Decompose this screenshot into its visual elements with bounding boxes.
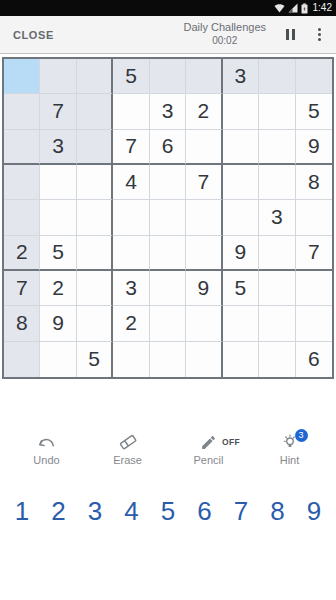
cell-r2c5[interactable]: 3 xyxy=(150,94,186,129)
undo-button[interactable]: Undo xyxy=(15,433,79,466)
cell-r9c2[interactable] xyxy=(40,342,76,377)
cell-r7c5[interactable] xyxy=(150,271,186,306)
cell-r5c9[interactable] xyxy=(296,200,332,235)
pause-icon xyxy=(286,29,289,40)
cell-r4c8[interactable] xyxy=(259,165,295,200)
cell-r5c2[interactable] xyxy=(40,200,76,235)
cell-r3c8[interactable] xyxy=(259,130,295,165)
battery-icon xyxy=(301,3,308,14)
cell-r4c3[interactable] xyxy=(77,165,113,200)
cell-r9c7[interactable] xyxy=(223,342,259,377)
cell-r9c4[interactable] xyxy=(113,342,149,377)
cell-r6c6[interactable] xyxy=(186,236,222,271)
page-title: Daily Challenges xyxy=(183,21,266,35)
undo-icon xyxy=(36,433,58,451)
kebab-menu-icon xyxy=(318,28,321,31)
cell-r8c8[interactable] xyxy=(259,306,295,341)
cell-r2c2[interactable]: 7 xyxy=(40,94,76,129)
cell-r6c3[interactable] xyxy=(77,236,113,271)
cell-r8c1[interactable]: 8 xyxy=(4,306,40,341)
number-pad: 123456789 xyxy=(0,496,336,527)
cell-r3c5[interactable]: 6 xyxy=(150,130,186,165)
cell-r5c1[interactable] xyxy=(4,200,40,235)
pencil-button[interactable]: OFF Pencil xyxy=(177,433,241,466)
cell-r3c4[interactable]: 7 xyxy=(113,130,149,165)
erase-label: Erase xyxy=(113,454,142,466)
cell-r8c5[interactable] xyxy=(150,306,186,341)
hint-label: Hint xyxy=(280,454,300,466)
cell-r4c4[interactable]: 4 xyxy=(113,165,149,200)
cell-r9c9[interactable]: 6 xyxy=(296,342,332,377)
cell-r9c8[interactable] xyxy=(259,342,295,377)
overflow-menu-button[interactable] xyxy=(313,25,326,44)
numpad-4[interactable]: 4 xyxy=(119,496,145,527)
cell-r1c3[interactable] xyxy=(77,59,113,94)
cell-r8c9[interactable] xyxy=(296,306,332,341)
numpad-1[interactable]: 1 xyxy=(9,496,35,527)
cell-r9c5[interactable] xyxy=(150,342,186,377)
cell-r6c4[interactable] xyxy=(113,236,149,271)
cell-r2c8[interactable] xyxy=(259,94,295,129)
cell-r8c6[interactable] xyxy=(186,306,222,341)
cell-r1c8[interactable] xyxy=(259,59,295,94)
cell-r7c4[interactable]: 3 xyxy=(113,271,149,306)
cell-r2c9[interactable]: 5 xyxy=(296,94,332,129)
cell-r2c7[interactable] xyxy=(223,94,259,129)
numpad-2[interactable]: 2 xyxy=(46,496,72,527)
cell-r4c5[interactable] xyxy=(150,165,186,200)
app-bar: CLOSE Daily Challenges 00:02 xyxy=(0,16,336,54)
cell-r6c8[interactable] xyxy=(259,236,295,271)
cell-r7c3[interactable] xyxy=(77,271,113,306)
pause-button[interactable] xyxy=(282,25,299,44)
sudoku-app-screen: 1:42 CLOSE Daily Challenges 00:02 537325… xyxy=(0,0,336,600)
hint-count-badge: 3 xyxy=(295,429,308,442)
cell-r9c6[interactable] xyxy=(186,342,222,377)
numpad-6[interactable]: 6 xyxy=(192,496,218,527)
cell-r1c1[interactable] xyxy=(4,59,40,94)
cell-r7c7[interactable]: 5 xyxy=(223,271,259,306)
close-button[interactable]: CLOSE xyxy=(13,29,54,41)
cell-r2c6[interactable]: 2 xyxy=(186,94,222,129)
hint-button[interactable]: 3 Hint xyxy=(258,433,322,466)
cell-r1c5[interactable] xyxy=(150,59,186,94)
cell-r7c1[interactable]: 7 xyxy=(4,271,40,306)
header-title-block: Daily Challenges 00:02 xyxy=(183,21,266,47)
cell-r6c2[interactable]: 5 xyxy=(40,236,76,271)
cell-r8c7[interactable] xyxy=(223,306,259,341)
pencil-state-badge: OFF xyxy=(222,437,240,447)
cell-r3c3[interactable] xyxy=(77,130,113,165)
undo-label: Undo xyxy=(33,454,59,466)
status-bar: 1:42 xyxy=(0,0,336,16)
cell-r8c3[interactable] xyxy=(77,306,113,341)
status-time: 1:42 xyxy=(313,0,332,16)
cell-r2c3[interactable] xyxy=(77,94,113,129)
cell-r5c5[interactable] xyxy=(150,200,186,235)
cell-r2c1[interactable] xyxy=(4,94,40,129)
cell-r5c3[interactable] xyxy=(77,200,113,235)
numpad-3[interactable]: 3 xyxy=(82,496,108,527)
numpad-9[interactable]: 9 xyxy=(301,496,327,527)
game-timer: 00:02 xyxy=(183,35,266,48)
cell-r1c9[interactable] xyxy=(296,59,332,94)
cell-r9c1[interactable] xyxy=(4,342,40,377)
cell-r4c2[interactable] xyxy=(40,165,76,200)
cell-r4c7[interactable] xyxy=(223,165,259,200)
cell-r5c7[interactable] xyxy=(223,200,259,235)
cell-r8c2[interactable]: 9 xyxy=(40,306,76,341)
sudoku-board: 5373253769478325977239589256 xyxy=(2,57,334,379)
cell-r6c9[interactable]: 7 xyxy=(296,236,332,271)
cell-r1c2[interactable] xyxy=(40,59,76,94)
numpad-7[interactable]: 7 xyxy=(228,496,254,527)
cell-r7c6[interactable]: 9 xyxy=(186,271,222,306)
cell-r4c9[interactable]: 8 xyxy=(296,165,332,200)
cell-r6c7[interactable]: 9 xyxy=(223,236,259,271)
wifi-icon xyxy=(274,3,285,13)
signal-icon xyxy=(288,3,298,13)
cell-r3c6[interactable] xyxy=(186,130,222,165)
cell-r6c5[interactable] xyxy=(150,236,186,271)
cell-r2c4[interactable] xyxy=(113,94,149,129)
cell-r1c7[interactable]: 3 xyxy=(223,59,259,94)
cell-r7c9[interactable] xyxy=(296,271,332,306)
cell-r3c1[interactable] xyxy=(4,130,40,165)
cell-r3c7[interactable] xyxy=(223,130,259,165)
numpad-5[interactable]: 5 xyxy=(155,496,181,527)
cell-r1c6[interactable] xyxy=(186,59,222,94)
cell-r5c6[interactable] xyxy=(186,200,222,235)
pencil-icon: OFF xyxy=(200,433,217,451)
cell-r3c9[interactable]: 9 xyxy=(296,130,332,165)
cell-r6c1[interactable]: 2 xyxy=(4,236,40,271)
numpad-8[interactable]: 8 xyxy=(265,496,291,527)
eraser-icon xyxy=(118,433,138,451)
hint-bulb-icon: 3 xyxy=(281,433,299,451)
cell-r8c4[interactable]: 2 xyxy=(113,306,149,341)
cell-r5c8[interactable]: 3 xyxy=(259,200,295,235)
cell-r4c6[interactable]: 7 xyxy=(186,165,222,200)
cell-r5c4[interactable] xyxy=(113,200,149,235)
cell-r3c2[interactable]: 3 xyxy=(40,130,76,165)
cell-r7c8[interactable] xyxy=(259,271,295,306)
erase-button[interactable]: Erase xyxy=(96,433,160,466)
cell-r4c1[interactable] xyxy=(4,165,40,200)
cell-r7c2[interactable]: 2 xyxy=(40,271,76,306)
toolbar: Undo Erase OFF Pencil xyxy=(0,433,336,466)
cell-r1c4[interactable]: 5 xyxy=(113,59,149,94)
pencil-label: Pencil xyxy=(194,454,224,466)
cell-r9c3[interactable]: 5 xyxy=(77,342,113,377)
